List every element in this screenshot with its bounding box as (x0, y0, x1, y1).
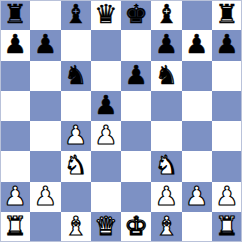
white-bishop: ♝ (155, 213, 178, 239)
square-d3[interactable] (91, 151, 121, 181)
black-bishop: ♝ (155, 1, 178, 27)
square-d5[interactable]: ♟ (91, 91, 121, 121)
square-a3[interactable] (0, 151, 30, 181)
square-g1[interactable] (182, 212, 212, 242)
black-pawn: ♟ (3, 31, 26, 57)
square-g6[interactable] (182, 61, 212, 91)
square-a6[interactable] (0, 61, 30, 91)
square-g7[interactable]: ♟ (182, 30, 212, 60)
square-b5[interactable] (30, 91, 60, 121)
square-e6[interactable]: ♟ (121, 61, 151, 91)
square-c8[interactable]: ♝ (61, 0, 91, 30)
square-c2[interactable] (61, 182, 91, 212)
square-a1[interactable]: ♜ (0, 212, 30, 242)
square-f7[interactable]: ♟ (151, 30, 181, 60)
square-a5[interactable] (0, 91, 30, 121)
square-h1[interactable]: ♜ (212, 212, 242, 242)
square-b7[interactable]: ♟ (30, 30, 60, 60)
square-a7[interactable]: ♟ (0, 30, 30, 60)
square-g4[interactable] (182, 121, 212, 151)
square-g3[interactable] (182, 151, 212, 181)
black-pawn: ♟ (34, 31, 57, 57)
square-b8[interactable] (30, 0, 60, 30)
black-pawn: ♟ (215, 31, 238, 57)
square-d6[interactable] (91, 61, 121, 91)
white-pawn: ♟ (94, 122, 117, 148)
square-f4[interactable] (151, 121, 181, 151)
white-queen: ♛ (94, 213, 117, 239)
square-b1[interactable] (30, 212, 60, 242)
square-c7[interactable] (61, 30, 91, 60)
square-e8[interactable]: ♚ (121, 0, 151, 30)
white-rook: ♜ (215, 213, 238, 239)
square-e1[interactable]: ♚ (121, 212, 151, 242)
square-e2[interactable] (121, 182, 151, 212)
white-pawn: ♟ (34, 183, 57, 209)
square-f6[interactable]: ♞ (151, 61, 181, 91)
square-d1[interactable]: ♛ (91, 212, 121, 242)
square-a2[interactable]: ♟ (0, 182, 30, 212)
square-g2[interactable]: ♟ (182, 182, 212, 212)
square-c1[interactable]: ♝ (61, 212, 91, 242)
square-d8[interactable]: ♛ (91, 0, 121, 30)
square-c3[interactable]: ♞ (61, 151, 91, 181)
square-d7[interactable] (91, 30, 121, 60)
white-pawn: ♟ (64, 122, 87, 148)
square-c4[interactable]: ♟ (61, 121, 91, 151)
square-f8[interactable]: ♝ (151, 0, 181, 30)
square-f2[interactable]: ♟ (151, 182, 181, 212)
black-queen: ♛ (94, 1, 117, 27)
square-g8[interactable] (182, 0, 212, 30)
black-bishop: ♝ (64, 1, 87, 27)
square-e7[interactable] (121, 30, 151, 60)
white-rook: ♜ (3, 213, 26, 239)
square-d2[interactable] (91, 182, 121, 212)
black-pawn: ♟ (185, 31, 208, 57)
square-b2[interactable]: ♟ (30, 182, 60, 212)
square-d4[interactable]: ♟ (91, 121, 121, 151)
square-c5[interactable] (61, 91, 91, 121)
square-b6[interactable] (30, 61, 60, 91)
square-h8[interactable]: ♜ (212, 0, 242, 30)
white-pawn: ♟ (3, 183, 26, 209)
square-c6[interactable]: ♞ (61, 61, 91, 91)
black-pawn: ♟ (155, 31, 178, 57)
square-f5[interactable] (151, 91, 181, 121)
square-e5[interactable] (121, 91, 151, 121)
square-a8[interactable]: ♜ (0, 0, 30, 30)
black-knight: ♞ (64, 62, 87, 88)
chess-board: ♜♝♛♚♝♜♟♟♟♟♟♞♟♞♟♟♟♞♞♟♟♟♟♟♜♝♛♚♝♜ (0, 0, 242, 242)
square-g5[interactable] (182, 91, 212, 121)
square-f1[interactable]: ♝ (151, 212, 181, 242)
white-pawn: ♟ (215, 183, 238, 209)
black-pawn: ♟ (124, 62, 147, 88)
white-pawn: ♟ (155, 183, 178, 209)
square-f3[interactable]: ♞ (151, 151, 181, 181)
square-h5[interactable] (212, 91, 242, 121)
square-h2[interactable]: ♟ (212, 182, 242, 212)
square-e4[interactable] (121, 121, 151, 151)
white-king: ♚ (124, 213, 147, 239)
square-a4[interactable] (0, 121, 30, 151)
white-knight: ♞ (64, 152, 87, 178)
square-b3[interactable] (30, 151, 60, 181)
square-h7[interactable]: ♟ (212, 30, 242, 60)
white-knight: ♞ (155, 152, 178, 178)
black-king: ♚ (124, 1, 147, 27)
square-h6[interactable] (212, 61, 242, 91)
white-pawn: ♟ (185, 183, 208, 209)
black-pawn: ♟ (94, 92, 117, 118)
square-h4[interactable] (212, 121, 242, 151)
square-b4[interactable] (30, 121, 60, 151)
square-h3[interactable] (212, 151, 242, 181)
square-e3[interactable] (121, 151, 151, 181)
white-bishop: ♝ (64, 213, 87, 239)
black-rook: ♜ (215, 1, 238, 27)
black-rook: ♜ (3, 1, 26, 27)
black-knight: ♞ (155, 62, 178, 88)
